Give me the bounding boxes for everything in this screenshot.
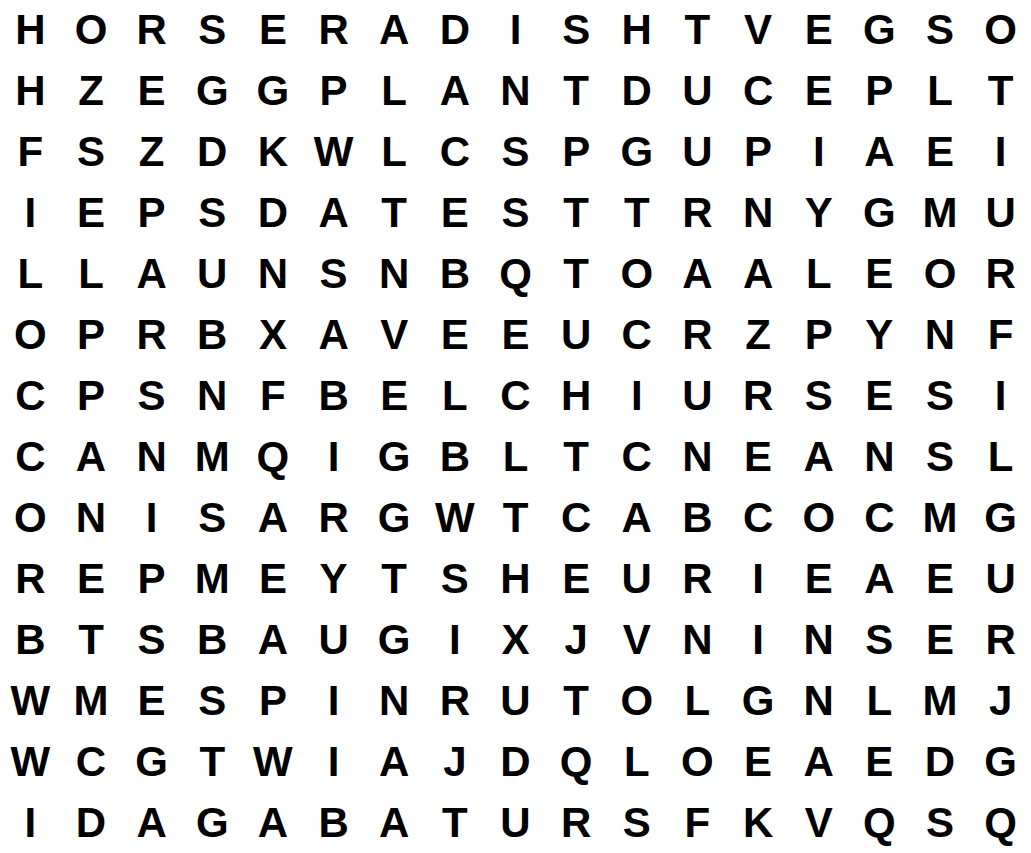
cell-r3c16[interactable]: E xyxy=(910,122,971,183)
cell-r6c15[interactable]: Y xyxy=(849,305,910,366)
cell-r10c17[interactable]: U xyxy=(970,548,1031,609)
cell-r13c9[interactable]: D xyxy=(485,731,546,792)
cell-r8c11[interactable]: C xyxy=(606,426,667,487)
cell-r14c12[interactable]: F xyxy=(667,792,728,853)
cell-r4c4[interactable]: S xyxy=(182,183,243,244)
cell-r11c10[interactable]: J xyxy=(546,609,607,670)
cell-r1c8[interactable]: D xyxy=(425,0,486,61)
cell-r12c10[interactable]: T xyxy=(546,670,607,731)
cell-r7c15[interactable]: E xyxy=(849,366,910,427)
cell-r11c1[interactable]: B xyxy=(0,609,61,670)
cell-r2c3[interactable]: E xyxy=(121,61,182,122)
cell-r9c12[interactable]: B xyxy=(667,487,728,548)
cell-r2c17[interactable]: T xyxy=(970,61,1031,122)
cell-r6c13[interactable]: Z xyxy=(728,305,789,366)
cell-r8c16[interactable]: S xyxy=(910,426,971,487)
cell-r13c14[interactable]: A xyxy=(788,731,849,792)
cell-r2c10[interactable]: T xyxy=(546,61,607,122)
cell-r8c17[interactable]: L xyxy=(970,426,1031,487)
cell-r13c13[interactable]: E xyxy=(728,731,789,792)
cell-r1c5[interactable]: E xyxy=(243,0,304,61)
cell-r14c7[interactable]: A xyxy=(364,792,425,853)
cell-r14c1[interactable]: I xyxy=(0,792,61,853)
cell-r6c14[interactable]: P xyxy=(788,305,849,366)
cell-r6c6[interactable]: A xyxy=(303,305,364,366)
cell-r9c4[interactable]: S xyxy=(182,487,243,548)
cell-r14c17[interactable]: Q xyxy=(970,792,1031,853)
cell-r6c4[interactable]: B xyxy=(182,305,243,366)
cell-r14c11[interactable]: S xyxy=(606,792,667,853)
cell-r1c11[interactable]: H xyxy=(606,0,667,61)
cell-r12c11[interactable]: O xyxy=(606,670,667,731)
cell-r9c1[interactable]: O xyxy=(0,487,61,548)
cell-r1c6[interactable]: R xyxy=(303,0,364,61)
cell-r6c5[interactable]: X xyxy=(243,305,304,366)
cell-r12c1[interactable]: W xyxy=(0,670,61,731)
cell-r3c7[interactable]: L xyxy=(364,122,425,183)
cell-r1c2[interactable]: O xyxy=(61,0,122,61)
cell-r6c17[interactable]: F xyxy=(970,305,1031,366)
cell-r3c2[interactable]: S xyxy=(61,122,122,183)
cell-r13c8[interactable]: J xyxy=(425,731,486,792)
cell-r11c2[interactable]: T xyxy=(61,609,122,670)
cell-r6c2[interactable]: P xyxy=(61,305,122,366)
cell-r5c15[interactable]: E xyxy=(849,244,910,305)
cell-r10c15[interactable]: A xyxy=(849,548,910,609)
cell-r4c14[interactable]: Y xyxy=(788,183,849,244)
cell-r4c11[interactable]: T xyxy=(606,183,667,244)
cell-r12c14[interactable]: N xyxy=(788,670,849,731)
cell-r1c1[interactable]: H xyxy=(0,0,61,61)
cell-r3c13[interactable]: P xyxy=(728,122,789,183)
cell-r12c5[interactable]: P xyxy=(243,670,304,731)
cell-r12c15[interactable]: L xyxy=(849,670,910,731)
cell-r9c8[interactable]: W xyxy=(425,487,486,548)
cell-r10c3[interactable]: P xyxy=(121,548,182,609)
cell-r5c4[interactable]: U xyxy=(182,244,243,305)
cell-r12c2[interactable]: M xyxy=(61,670,122,731)
cell-r10c1[interactable]: R xyxy=(0,548,61,609)
cell-r3c10[interactable]: P xyxy=(546,122,607,183)
cell-r11c17[interactable]: R xyxy=(970,609,1031,670)
cell-r10c14[interactable]: E xyxy=(788,548,849,609)
cell-r8c6[interactable]: I xyxy=(303,426,364,487)
cell-r6c16[interactable]: N xyxy=(910,305,971,366)
cell-r4c16[interactable]: M xyxy=(910,183,971,244)
cell-r7c11[interactable]: I xyxy=(606,366,667,427)
cell-r8c4[interactable]: M xyxy=(182,426,243,487)
cell-r1c17[interactable]: O xyxy=(970,0,1031,61)
cell-r9c2[interactable]: N xyxy=(61,487,122,548)
cell-r6c8[interactable]: E xyxy=(425,305,486,366)
cell-r12c17[interactable]: J xyxy=(970,670,1031,731)
cell-r1c7[interactable]: A xyxy=(364,0,425,61)
cell-r8c2[interactable]: A xyxy=(61,426,122,487)
cell-r7c3[interactable]: S xyxy=(121,366,182,427)
cell-r7c12[interactable]: U xyxy=(667,366,728,427)
cell-r6c9[interactable]: E xyxy=(485,305,546,366)
cell-r7c4[interactable]: N xyxy=(182,366,243,427)
cell-r5c8[interactable]: B xyxy=(425,244,486,305)
cell-r9c16[interactable]: M xyxy=(910,487,971,548)
cell-r10c13[interactable]: I xyxy=(728,548,789,609)
cell-r11c11[interactable]: V xyxy=(606,609,667,670)
cell-r10c11[interactable]: U xyxy=(606,548,667,609)
cell-r10c8[interactable]: S xyxy=(425,548,486,609)
cell-r4c5[interactable]: D xyxy=(243,183,304,244)
cell-r1c9[interactable]: I xyxy=(485,0,546,61)
cell-r4c12[interactable]: R xyxy=(667,183,728,244)
cell-r2c15[interactable]: P xyxy=(849,61,910,122)
cell-r7c17[interactable]: I xyxy=(970,366,1031,427)
cell-r1c16[interactable]: S xyxy=(910,0,971,61)
cell-r5c9[interactable]: Q xyxy=(485,244,546,305)
cell-r13c6[interactable]: I xyxy=(303,731,364,792)
cell-r9c10[interactable]: C xyxy=(546,487,607,548)
cell-r9c3[interactable]: I xyxy=(121,487,182,548)
cell-r13c10[interactable]: Q xyxy=(546,731,607,792)
cell-r10c5[interactable]: E xyxy=(243,548,304,609)
cell-r1c12[interactable]: T xyxy=(667,0,728,61)
cell-r6c11[interactable]: C xyxy=(606,305,667,366)
cell-r2c6[interactable]: P xyxy=(303,61,364,122)
cell-r11c6[interactable]: U xyxy=(303,609,364,670)
cell-r9c11[interactable]: A xyxy=(606,487,667,548)
cell-r10c4[interactable]: M xyxy=(182,548,243,609)
cell-r2c16[interactable]: L xyxy=(910,61,971,122)
cell-r7c16[interactable]: S xyxy=(910,366,971,427)
cell-r5c5[interactable]: N xyxy=(243,244,304,305)
cell-r2c12[interactable]: U xyxy=(667,61,728,122)
cell-r11c4[interactable]: B xyxy=(182,609,243,670)
cell-r9c15[interactable]: C xyxy=(849,487,910,548)
cell-r8c8[interactable]: B xyxy=(425,426,486,487)
cell-r5c1[interactable]: L xyxy=(0,244,61,305)
cell-r14c9[interactable]: U xyxy=(485,792,546,853)
cell-r10c6[interactable]: Y xyxy=(303,548,364,609)
cell-r7c13[interactable]: R xyxy=(728,366,789,427)
cell-r1c15[interactable]: G xyxy=(849,0,910,61)
cell-r12c12[interactable]: L xyxy=(667,670,728,731)
cell-r5c12[interactable]: A xyxy=(667,244,728,305)
cell-r9c9[interactable]: T xyxy=(485,487,546,548)
cell-r6c12[interactable]: R xyxy=(667,305,728,366)
cell-r6c1[interactable]: O xyxy=(0,305,61,366)
cell-r14c14[interactable]: V xyxy=(788,792,849,853)
cell-r14c2[interactable]: D xyxy=(61,792,122,853)
cell-r2c13[interactable]: C xyxy=(728,61,789,122)
cell-r3c3[interactable]: Z xyxy=(121,122,182,183)
cell-r7c8[interactable]: L xyxy=(425,366,486,427)
cell-r5c3[interactable]: A xyxy=(121,244,182,305)
cell-r3c8[interactable]: C xyxy=(425,122,486,183)
cell-r9c14[interactable]: O xyxy=(788,487,849,548)
cell-r1c14[interactable]: E xyxy=(788,0,849,61)
cell-r7c10[interactable]: H xyxy=(546,366,607,427)
cell-r14c4[interactable]: G xyxy=(182,792,243,853)
cell-r11c15[interactable]: S xyxy=(849,609,910,670)
cell-r9c5[interactable]: A xyxy=(243,487,304,548)
cell-r7c2[interactable]: P xyxy=(61,366,122,427)
cell-r3c5[interactable]: K xyxy=(243,122,304,183)
cell-r8c3[interactable]: N xyxy=(121,426,182,487)
cell-r10c2[interactable]: E xyxy=(61,548,122,609)
cell-r5c10[interactable]: T xyxy=(546,244,607,305)
cell-r2c14[interactable]: E xyxy=(788,61,849,122)
cell-r8c5[interactable]: Q xyxy=(243,426,304,487)
cell-r12c13[interactable]: G xyxy=(728,670,789,731)
cell-r12c3[interactable]: E xyxy=(121,670,182,731)
cell-r4c17[interactable]: U xyxy=(970,183,1031,244)
cell-r6c7[interactable]: V xyxy=(364,305,425,366)
cell-r3c11[interactable]: G xyxy=(606,122,667,183)
cell-r14c6[interactable]: B xyxy=(303,792,364,853)
cell-r10c16[interactable]: E xyxy=(910,548,971,609)
cell-r7c5[interactable]: F xyxy=(243,366,304,427)
cell-r3c15[interactable]: A xyxy=(849,122,910,183)
cell-r13c11[interactable]: L xyxy=(606,731,667,792)
cell-r13c7[interactable]: A xyxy=(364,731,425,792)
cell-r5c13[interactable]: A xyxy=(728,244,789,305)
cell-r5c6[interactable]: S xyxy=(303,244,364,305)
cell-r1c4[interactable]: S xyxy=(182,0,243,61)
cell-r4c1[interactable]: I xyxy=(0,183,61,244)
cell-r13c1[interactable]: W xyxy=(0,731,61,792)
cell-r11c5[interactable]: A xyxy=(243,609,304,670)
cell-r1c13[interactable]: V xyxy=(728,0,789,61)
cell-r8c7[interactable]: G xyxy=(364,426,425,487)
cell-r11c12[interactable]: N xyxy=(667,609,728,670)
cell-r7c6[interactable]: B xyxy=(303,366,364,427)
cell-r14c8[interactable]: T xyxy=(425,792,486,853)
cell-r13c12[interactable]: O xyxy=(667,731,728,792)
cell-r3c1[interactable]: F xyxy=(0,122,61,183)
cell-r5c17[interactable]: R xyxy=(970,244,1031,305)
cell-r3c12[interactable]: U xyxy=(667,122,728,183)
cell-r12c4[interactable]: S xyxy=(182,670,243,731)
cell-r5c11[interactable]: O xyxy=(606,244,667,305)
word-search-grid: HORSERADISHTVEGSOHZEGGPLANTDUCEPLTFSZDKW… xyxy=(0,0,1031,853)
cell-r11c7[interactable]: G xyxy=(364,609,425,670)
cell-r14c5[interactable]: A xyxy=(243,792,304,853)
cell-r12c9[interactable]: U xyxy=(485,670,546,731)
cell-r14c15[interactable]: Q xyxy=(849,792,910,853)
cell-r2c1[interactable]: H xyxy=(0,61,61,122)
cell-r11c16[interactable]: E xyxy=(910,609,971,670)
cell-r11c8[interactable]: I xyxy=(425,609,486,670)
cell-r4c2[interactable]: E xyxy=(61,183,122,244)
cell-r6c10[interactable]: U xyxy=(546,305,607,366)
cell-r9c17[interactable]: G xyxy=(970,487,1031,548)
cell-r11c9[interactable]: X xyxy=(485,609,546,670)
cell-r8c9[interactable]: L xyxy=(485,426,546,487)
cell-r14c10[interactable]: R xyxy=(546,792,607,853)
cell-r3c17[interactable]: I xyxy=(970,122,1031,183)
cell-r13c3[interactable]: G xyxy=(121,731,182,792)
cell-r5c14[interactable]: L xyxy=(788,244,849,305)
cell-r10c12[interactable]: R xyxy=(667,548,728,609)
cell-r8c1[interactable]: C xyxy=(0,426,61,487)
cell-r3c4[interactable]: D xyxy=(182,122,243,183)
cell-r2c9[interactable]: N xyxy=(485,61,546,122)
cell-r5c2[interactable]: L xyxy=(61,244,122,305)
cell-r3c9[interactable]: S xyxy=(485,122,546,183)
cell-r7c14[interactable]: S xyxy=(788,366,849,427)
cell-r3c6[interactable]: W xyxy=(303,122,364,183)
cell-r2c7[interactable]: L xyxy=(364,61,425,122)
cell-r5c7[interactable]: N xyxy=(364,244,425,305)
cell-r4c8[interactable]: E xyxy=(425,183,486,244)
cell-r2c8[interactable]: A xyxy=(425,61,486,122)
cell-r12c16[interactable]: M xyxy=(910,670,971,731)
cell-r13c17[interactable]: G xyxy=(970,731,1031,792)
cell-r9c6[interactable]: R xyxy=(303,487,364,548)
cell-r13c15[interactable]: E xyxy=(849,731,910,792)
cell-r10c7[interactable]: T xyxy=(364,548,425,609)
cell-r10c10[interactable]: E xyxy=(546,548,607,609)
cell-r7c9[interactable]: C xyxy=(485,366,546,427)
cell-r11c13[interactable]: I xyxy=(728,609,789,670)
cell-r13c2[interactable]: C xyxy=(61,731,122,792)
cell-r11c14[interactable]: N xyxy=(788,609,849,670)
cell-r1c10[interactable]: S xyxy=(546,0,607,61)
cell-r12c8[interactable]: R xyxy=(425,670,486,731)
cell-r12c7[interactable]: N xyxy=(364,670,425,731)
cell-r5c16[interactable]: O xyxy=(910,244,971,305)
cell-r14c16[interactable]: S xyxy=(910,792,971,853)
cell-r8c13[interactable]: E xyxy=(728,426,789,487)
cell-r11c3[interactable]: S xyxy=(121,609,182,670)
cell-r2c11[interactable]: D xyxy=(606,61,667,122)
cell-r4c6[interactable]: A xyxy=(303,183,364,244)
cell-r9c13[interactable]: C xyxy=(728,487,789,548)
cell-r2c2[interactable]: Z xyxy=(61,61,122,122)
cell-r14c3[interactable]: A xyxy=(121,792,182,853)
cell-r3c14[interactable]: I xyxy=(788,122,849,183)
cell-r13c16[interactable]: D xyxy=(910,731,971,792)
cell-r4c9[interactable]: S xyxy=(485,183,546,244)
cell-r13c5[interactable]: W xyxy=(243,731,304,792)
cell-r13c4[interactable]: T xyxy=(182,731,243,792)
cell-r6c3[interactable]: R xyxy=(121,305,182,366)
cell-r4c3[interactable]: P xyxy=(121,183,182,244)
cell-r7c1[interactable]: C xyxy=(0,366,61,427)
cell-r9c7[interactable]: G xyxy=(364,487,425,548)
cell-r8c10[interactable]: T xyxy=(546,426,607,487)
cell-r8c12[interactable]: N xyxy=(667,426,728,487)
cell-r8c14[interactable]: A xyxy=(788,426,849,487)
cell-r12c6[interactable]: I xyxy=(303,670,364,731)
cell-r7c7[interactable]: E xyxy=(364,366,425,427)
cell-r10c9[interactable]: H xyxy=(485,548,546,609)
cell-r4c10[interactable]: T xyxy=(546,183,607,244)
cell-r4c15[interactable]: G xyxy=(849,183,910,244)
cell-r2c4[interactable]: G xyxy=(182,61,243,122)
cell-r4c7[interactable]: T xyxy=(364,183,425,244)
cell-r4c13[interactable]: N xyxy=(728,183,789,244)
cell-r2c5[interactable]: G xyxy=(243,61,304,122)
cell-r1c3[interactable]: R xyxy=(121,0,182,61)
cell-r8c15[interactable]: N xyxy=(849,426,910,487)
cell-r14c13[interactable]: K xyxy=(728,792,789,853)
